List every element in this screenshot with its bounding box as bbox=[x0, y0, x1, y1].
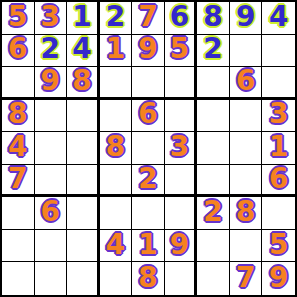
cell-r3c2[interactable]: 9 bbox=[35, 67, 68, 100]
cell-r4c4[interactable] bbox=[100, 100, 133, 133]
given-digit: 9 bbox=[170, 231, 189, 261]
cell-r9c9[interactable]: 9 bbox=[262, 262, 295, 295]
given-digit: 3 bbox=[269, 100, 288, 130]
user-digit: 2 bbox=[203, 35, 222, 65]
cell-r8c8[interactable] bbox=[230, 230, 263, 263]
cell-r2c7[interactable]: 2 bbox=[197, 35, 230, 68]
cell-r5c3[interactable] bbox=[67, 132, 100, 165]
cell-r2c2[interactable]: 2 bbox=[35, 35, 68, 68]
cell-r6c3[interactable] bbox=[67, 165, 100, 198]
cell-r5c8[interactable] bbox=[230, 132, 263, 165]
cell-r8c9[interactable]: 5 bbox=[262, 230, 295, 263]
given-digit: 7 bbox=[8, 165, 27, 195]
given-digit: 3 bbox=[170, 133, 189, 163]
cell-r6c4[interactable] bbox=[100, 165, 133, 198]
given-digit: 8 bbox=[236, 198, 255, 228]
given-digit: 6 bbox=[138, 100, 157, 130]
cell-r4c5[interactable]: 6 bbox=[132, 100, 165, 133]
cell-r8c3[interactable] bbox=[67, 230, 100, 263]
cell-r4c9[interactable]: 3 bbox=[262, 100, 295, 133]
user-digit: 6 bbox=[170, 3, 189, 33]
cell-r6c1[interactable]: 7 bbox=[2, 165, 35, 198]
user-digit: 2 bbox=[106, 3, 125, 33]
cell-r4c6[interactable] bbox=[165, 100, 198, 133]
cell-r8c1[interactable] bbox=[2, 230, 35, 263]
cell-r2c3[interactable]: 4 bbox=[67, 35, 100, 68]
given-digit: 2 bbox=[203, 198, 222, 228]
cell-r1c2[interactable]: 3 bbox=[35, 2, 68, 35]
cell-r9c7[interactable] bbox=[197, 262, 230, 295]
cell-r8c5[interactable]: 1 bbox=[132, 230, 165, 263]
user-digit: 4 bbox=[269, 3, 288, 33]
given-digit: 1 bbox=[138, 231, 157, 261]
cell-r6c7[interactable] bbox=[197, 165, 230, 198]
cell-r1c7[interactable]: 8 bbox=[197, 2, 230, 35]
given-digit: 6 bbox=[41, 198, 60, 228]
given-digit: 4 bbox=[106, 231, 125, 261]
cell-r9c1[interactable] bbox=[2, 262, 35, 295]
cell-r2c9[interactable] bbox=[262, 35, 295, 68]
cell-r6c2[interactable] bbox=[35, 165, 68, 198]
cell-r9c6[interactable] bbox=[165, 262, 198, 295]
given-digit: 1 bbox=[106, 35, 125, 65]
cell-r1c6[interactable]: 6 bbox=[165, 2, 198, 35]
cell-r8c4[interactable]: 4 bbox=[100, 230, 133, 263]
cell-r3c5[interactable] bbox=[132, 67, 165, 100]
user-digit: 4 bbox=[72, 35, 91, 65]
cell-r7c1[interactable] bbox=[2, 197, 35, 230]
cell-r2c8[interactable] bbox=[230, 35, 263, 68]
cell-r6c6[interactable] bbox=[165, 165, 198, 198]
given-digit: 8 bbox=[72, 67, 91, 97]
cell-r8c7[interactable] bbox=[197, 230, 230, 263]
given-digit: 3 bbox=[41, 3, 60, 33]
cell-r2c5[interactable]: 9 bbox=[132, 35, 165, 68]
cell-r7c5[interactable] bbox=[132, 197, 165, 230]
cell-r5c5[interactable] bbox=[132, 132, 165, 165]
cell-r1c1[interactable]: 5 bbox=[2, 2, 35, 35]
cell-r1c9[interactable]: 4 bbox=[262, 2, 295, 35]
cell-r1c3[interactable]: 1 bbox=[67, 2, 100, 35]
cell-r4c7[interactable] bbox=[197, 100, 230, 133]
cell-r7c6[interactable] bbox=[165, 197, 198, 230]
cell-r8c6[interactable]: 9 bbox=[165, 230, 198, 263]
cell-r4c8[interactable] bbox=[230, 100, 263, 133]
given-digit: 5 bbox=[269, 231, 288, 261]
cell-r3c3[interactable]: 8 bbox=[67, 67, 100, 100]
cell-r2c4[interactable]: 1 bbox=[100, 35, 133, 68]
given-digit: 2 bbox=[138, 165, 157, 195]
cell-r5c7[interactable] bbox=[197, 132, 230, 165]
user-digit: 1 bbox=[72, 3, 91, 33]
cell-r7c9[interactable] bbox=[262, 197, 295, 230]
cell-r3c4[interactable] bbox=[100, 67, 133, 100]
cell-r8c2[interactable] bbox=[35, 230, 68, 263]
cell-r7c2[interactable]: 6 bbox=[35, 197, 68, 230]
cell-r2c6[interactable]: 5 bbox=[165, 35, 198, 68]
cell-r1c5[interactable]: 7 bbox=[132, 2, 165, 35]
cell-r5c9[interactable]: 1 bbox=[262, 132, 295, 165]
cell-r5c2[interactable] bbox=[35, 132, 68, 165]
cell-r7c3[interactable] bbox=[67, 197, 100, 230]
given-digit: 1 bbox=[269, 133, 288, 163]
given-digit: 5 bbox=[170, 35, 189, 65]
user-digit: 8 bbox=[203, 3, 222, 33]
given-digit: 8 bbox=[106, 133, 125, 163]
cell-r5c4[interactable]: 8 bbox=[100, 132, 133, 165]
cell-r9c3[interactable] bbox=[67, 262, 100, 295]
given-digit: 5 bbox=[8, 3, 27, 33]
cell-r4c2[interactable] bbox=[35, 100, 68, 133]
user-digit: 2 bbox=[41, 35, 60, 65]
cell-r9c5[interactable]: 8 bbox=[132, 262, 165, 295]
cell-r1c4[interactable]: 2 bbox=[100, 2, 133, 35]
given-digit: 9 bbox=[138, 35, 157, 65]
given-digit: 6 bbox=[8, 35, 27, 65]
given-digit: 7 bbox=[236, 264, 255, 294]
given-digit: 9 bbox=[41, 67, 60, 97]
cell-r9c4[interactable] bbox=[100, 262, 133, 295]
given-digit: 6 bbox=[236, 67, 255, 97]
cell-r3c9[interactable] bbox=[262, 67, 295, 100]
cell-r6c8[interactable] bbox=[230, 165, 263, 198]
given-digit: 8 bbox=[8, 100, 27, 130]
cell-r6c9[interactable]: 6 bbox=[262, 165, 295, 198]
given-digit: 6 bbox=[269, 165, 288, 195]
cell-r3c1[interactable] bbox=[2, 67, 35, 100]
cell-r2c1[interactable]: 6 bbox=[2, 35, 35, 68]
cell-r1c8[interactable]: 9 bbox=[230, 2, 263, 35]
cell-r7c8[interactable]: 8 bbox=[230, 197, 263, 230]
cell-r9c8[interactable]: 7 bbox=[230, 262, 263, 295]
cell-r9c2[interactable] bbox=[35, 262, 68, 295]
given-digit: 8 bbox=[138, 264, 157, 294]
cell-r4c3[interactable] bbox=[67, 100, 100, 133]
cell-r5c1[interactable]: 4 bbox=[2, 132, 35, 165]
cell-r3c8[interactable]: 6 bbox=[230, 67, 263, 100]
user-digit: 9 bbox=[236, 3, 255, 33]
cell-r7c4[interactable] bbox=[100, 197, 133, 230]
cell-r7c7[interactable]: 2 bbox=[197, 197, 230, 230]
cell-r4c1[interactable]: 8 bbox=[2, 100, 35, 133]
cell-r6c5[interactable]: 2 bbox=[132, 165, 165, 198]
given-digit: 7 bbox=[138, 3, 157, 33]
cell-r3c7[interactable] bbox=[197, 67, 230, 100]
sudoku-board: 531276894624195298686348317266284195879 bbox=[0, 0, 297, 297]
given-digit: 9 bbox=[269, 264, 288, 294]
cell-r5c6[interactable]: 3 bbox=[165, 132, 198, 165]
cell-r3c6[interactable] bbox=[165, 67, 198, 100]
given-digit: 4 bbox=[8, 133, 27, 163]
